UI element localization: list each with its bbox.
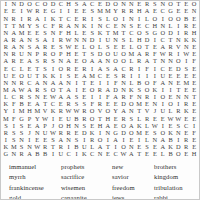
letter-grid: INDOCODCHSACEDONNERSNOTEOEEIWREGIIEESMMY…	[2, 1, 198, 158]
grid-cell: H	[190, 151, 198, 158]
word-item: sacrifice	[61, 174, 112, 181]
word-item: new	[112, 164, 154, 171]
word-list-column: immanuelmyrrhfrankincensegold	[9, 162, 61, 200]
word-item: frankincense	[9, 185, 61, 192]
word-item: freedom	[112, 185, 154, 192]
grid-cell: L	[159, 151, 167, 158]
grid-cell: U	[57, 151, 65, 158]
grid-cell: I	[49, 151, 57, 158]
word-item: jews	[112, 195, 154, 200]
word-item: gold	[9, 195, 61, 200]
grid-cell: E	[104, 151, 112, 158]
word-list-column: brotherskingdomtribulationrabbi	[154, 162, 200, 200]
word-list-column: prophetssacrificewisemencanaanite	[61, 162, 112, 200]
word-item: myrrh	[9, 174, 61, 181]
word-item: savior	[112, 174, 154, 181]
grid-cell: W	[120, 151, 128, 158]
word-item: prophets	[61, 164, 112, 171]
grid-cell: B	[41, 151, 49, 158]
grid-cell: A	[127, 151, 135, 158]
grid-cell: I	[73, 151, 81, 158]
grid-cell: N	[96, 151, 104, 158]
grid-cell: K	[80, 151, 88, 158]
word-item: tribulation	[154, 185, 200, 192]
word-item: rabbi	[154, 195, 200, 200]
grid-cell: E	[151, 151, 159, 158]
word-search-page: INDOCODCHSACEDONNERSNOTEOEEIWREGIIEESMMY…	[0, 0, 200, 200]
grid-cell: E	[143, 151, 151, 158]
grid-cell: A	[26, 151, 34, 158]
grid-cell: E	[182, 151, 190, 158]
grid-cell: N	[10, 151, 18, 158]
word-list-column: newsaviorfreedomjews	[112, 162, 154, 200]
grid-cell: C	[112, 151, 120, 158]
word-list: immanuelmyrrhfrankincensegoldprophetssac…	[1, 159, 200, 200]
word-item: canaanite	[61, 195, 112, 200]
grid-cell: C	[65, 151, 73, 158]
word-item: kingdom	[154, 174, 200, 181]
word-item: brothers	[154, 164, 200, 171]
grid-cell: G	[2, 151, 10, 158]
word-item: immanuel	[9, 164, 61, 171]
grid-cell: B	[167, 151, 175, 158]
grid-cell: C	[88, 151, 96, 158]
grid-cell: O	[174, 151, 182, 158]
grid-cell: B	[33, 151, 41, 158]
word-item: wisemen	[61, 185, 112, 192]
grid-cell: R	[18, 151, 26, 158]
grid-cell: T	[135, 151, 143, 158]
